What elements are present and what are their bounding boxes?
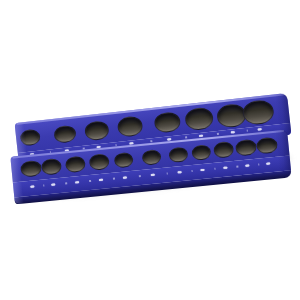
socket-hole bbox=[234, 139, 256, 157]
tick-mark bbox=[191, 170, 193, 172]
size-marking bbox=[99, 179, 103, 181]
tick-mark bbox=[113, 178, 115, 180]
socket-hole bbox=[19, 128, 41, 146]
size-marking bbox=[199, 135, 203, 137]
tick-mark bbox=[236, 166, 238, 168]
socket-hole bbox=[41, 158, 62, 176]
size-marking bbox=[123, 176, 127, 178]
tick-mark bbox=[65, 182, 67, 184]
size-marking bbox=[223, 167, 227, 169]
socket-hole bbox=[184, 106, 214, 131]
socket-hole bbox=[213, 141, 234, 159]
size-marking bbox=[51, 183, 55, 185]
tick-mark bbox=[217, 133, 219, 135]
size-marking bbox=[75, 181, 79, 183]
tick-mark bbox=[166, 172, 168, 174]
size-marking bbox=[178, 171, 182, 173]
tick-mark bbox=[185, 136, 187, 138]
socket-hole bbox=[153, 111, 181, 134]
socket-hole bbox=[168, 146, 188, 163]
size-marking bbox=[245, 164, 249, 166]
socket-hole bbox=[19, 160, 41, 178]
tick-mark bbox=[43, 185, 45, 187]
tick-mark bbox=[139, 175, 141, 177]
socket-hole bbox=[141, 149, 161, 166]
tick-mark bbox=[258, 163, 260, 165]
socket-hole bbox=[215, 102, 246, 128]
socket-hole bbox=[53, 124, 77, 143]
socket-hole bbox=[116, 115, 143, 138]
size-marking bbox=[258, 128, 262, 130]
socket-hole bbox=[89, 153, 110, 171]
tick-mark bbox=[214, 168, 216, 170]
size-marking bbox=[200, 169, 204, 171]
tick-mark bbox=[246, 130, 248, 132]
socket-hole bbox=[191, 144, 211, 161]
socket-hole bbox=[84, 119, 110, 141]
size-marking bbox=[151, 174, 155, 176]
socket-hole bbox=[241, 99, 274, 126]
tick-mark bbox=[89, 180, 91, 182]
socket-hole bbox=[255, 137, 277, 155]
size-marking bbox=[30, 185, 34, 187]
product-photo bbox=[0, 0, 300, 300]
size-marking bbox=[266, 162, 270, 164]
socket-hole bbox=[65, 155, 86, 173]
size-marking bbox=[231, 131, 235, 133]
socket-hole bbox=[113, 151, 133, 168]
